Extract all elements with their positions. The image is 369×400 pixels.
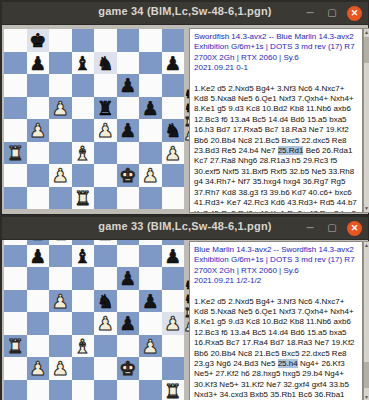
square-h5[interactable] (162, 97, 185, 120)
titlebar-game-33[interactable]: game 33 (BlM,Lc,Sw-48-6,1.pgn) ─ ▢ ✕ (2, 217, 368, 240)
square-c2[interactable]: ♟ (49, 164, 72, 187)
desktop: game 34 (BlM,Lc,Sw-48-6,1.pgn) ─ ▢ ✕ ♚♟♝… (0, 0, 369, 400)
square-h1[interactable]: ♜ (162, 380, 185, 400)
players-line: Swordfish 14.3-avx2 -- Blue Marlin 14.3-… (194, 32, 358, 42)
white-rook-piece: ♜ (7, 143, 24, 164)
square-b4[interactable]: ♟ (27, 119, 50, 142)
minimize-icon[interactable]: ─ (303, 221, 317, 235)
square-g1[interactable] (139, 187, 162, 210)
maximize-icon[interactable]: ▢ (325, 6, 339, 20)
square-c5[interactable]: ♟ (49, 97, 72, 120)
square-h3[interactable]: ♟ (162, 142, 185, 165)
square-b2[interactable] (27, 164, 50, 187)
selected-move[interactable]: 25.h4 (278, 359, 298, 368)
hardware-line: 2700X 2Gh | RTX 2060 | Sy.6 (194, 266, 358, 276)
square-e2[interactable] (94, 164, 117, 187)
square-f3[interactable] (117, 142, 140, 165)
square-f6[interactable]: ♟ (117, 267, 140, 290)
square-d5[interactable] (72, 290, 95, 313)
black-pawn-piece: ♟ (119, 120, 136, 141)
square-d2[interactable] (72, 357, 95, 380)
black-pawn-piece: ♟ (164, 246, 181, 267)
square-b4[interactable] (27, 312, 50, 335)
square-a4[interactable] (4, 119, 27, 142)
square-f1[interactable] (117, 380, 140, 400)
black-knight-piece: ♞ (52, 240, 69, 244)
square-f5[interactable] (117, 97, 140, 120)
square-g1[interactable] (139, 380, 162, 400)
square-a4[interactable] (4, 312, 27, 335)
close-icon[interactable]: ✕ (347, 221, 362, 236)
square-g6[interactable] (139, 267, 162, 290)
minimize-icon[interactable]: ─ (303, 6, 317, 20)
square-c7[interactable] (49, 52, 72, 75)
square-h4[interactable]: ♞ (162, 119, 185, 142)
scroll-down-icon[interactable]: ▼ (364, 205, 369, 212)
maximize-icon[interactable]: ▢ (325, 221, 339, 235)
square-g4[interactable] (139, 312, 162, 335)
square-e7[interactable]: ♞ (94, 52, 117, 75)
white-bishop-piece: ♝ (74, 143, 91, 164)
white-rook-piece: ♜ (164, 381, 181, 400)
scroll-down-icon[interactable]: ▼ (364, 394, 369, 400)
square-g8[interactable] (139, 29, 162, 52)
black-knight-piece: ♞ (164, 120, 181, 141)
titlebar-game-34[interactable]: game 34 (BlM,Lc,Sw-48-6,1.pgn) ─ ▢ ✕ (2, 2, 368, 25)
square-f3[interactable] (117, 335, 140, 358)
square-c6[interactable] (49, 267, 72, 290)
square-b7[interactable]: ♟ (27, 245, 50, 268)
white-pawn-piece: ♟ (142, 336, 159, 357)
scrollbar[interactable]: ▲ ▼ (363, 28, 369, 213)
square-h6[interactable] (162, 267, 185, 290)
black-pawn-piece: ♟ (142, 98, 159, 119)
square-b3[interactable] (27, 335, 50, 358)
white-pawn-piece: ♟ (52, 358, 69, 379)
black-bishop-piece: ♝ (74, 246, 91, 267)
square-g3[interactable] (139, 142, 162, 165)
square-b5[interactable] (27, 97, 50, 120)
square-b1[interactable] (27, 187, 50, 210)
square-e5[interactable]: ♞ (94, 290, 117, 313)
square-g5[interactable]: ♟ (139, 97, 162, 120)
square-b2[interactable]: ♟ (27, 357, 50, 380)
notation-panel[interactable]: Swordfish 14.3-avx2 -- Blue Marlin 14.3-… (189, 28, 363, 213)
black-knight-piece: ♞ (97, 53, 114, 74)
square-c7[interactable] (49, 245, 72, 268)
square-d4[interactable] (72, 312, 95, 335)
square-f7[interactable] (117, 245, 140, 268)
window-content: ♚♟♝♞♟♟♟♜♟♟♟♟♞♜♝♟♟♚♟♜ ♞♞♜♟ Swordfish 14.3… (2, 25, 368, 214)
window-game-34: game 34 (BlM,Lc,Sw-48-6,1.pgn) ─ ▢ ✕ ♚♟♝… (0, 0, 369, 213)
players-line: Blue Marlin 14.3-avx2 -- Swordfish 14.3-… (194, 245, 358, 255)
square-f4[interactable]: ♟ (117, 119, 140, 142)
square-f2[interactable]: ♚ (117, 357, 140, 380)
scroll-up-icon[interactable]: ▲ (364, 242, 369, 249)
white-pawn-piece: ♟ (29, 358, 46, 379)
window-game-33: game 33 (BlM,Lc,Sw-48-6,1.pgn) ─ ▢ ✕ ♚♞♜… (0, 215, 369, 400)
black-pawn-piece: ♟ (119, 75, 136, 96)
square-d7[interactable]: ♝ (72, 52, 95, 75)
square-b5[interactable] (27, 290, 50, 313)
white-king-piece: ♚ (119, 358, 136, 379)
square-h6[interactable] (162, 74, 185, 97)
square-h2[interactable] (162, 164, 185, 187)
scroll-up-icon[interactable]: ▲ (364, 29, 369, 36)
black-rook-piece: ♜ (97, 98, 114, 119)
square-g6[interactable] (139, 74, 162, 97)
square-e8[interactable] (94, 29, 117, 52)
square-g2[interactable]: ♟ (139, 164, 162, 187)
black-king-piece: ♚ (29, 30, 46, 51)
square-d1[interactable]: ♜ (72, 187, 95, 210)
square-e2[interactable] (94, 357, 117, 380)
square-c3[interactable] (49, 335, 72, 358)
square-b1[interactable] (27, 380, 50, 400)
square-a7[interactable] (4, 52, 27, 75)
date-result-line: 2021.09.21 0-1 (194, 63, 358, 73)
white-king-piece: ♚ (119, 165, 136, 186)
white-pawn-piece: ♟ (97, 120, 114, 141)
black-pawn-piece: ♟ (119, 313, 136, 334)
selected-move[interactable]: 25.Rd1 (278, 146, 304, 155)
notation-panel[interactable]: Blue Marlin 14.3-avx2 -- Swordfish 14.3-… (189, 241, 363, 400)
event-line: Exhibition G/6m+1s | DOTS 3 md rev (17) … (194, 42, 358, 52)
move-list[interactable]: 1.Ke2 d5 2.Nxd5 Bg4+ 3.Nf3 Nc6 4.Nxc7+ K… (194, 84, 358, 213)
square-f6[interactable]: ♟ (117, 74, 140, 97)
square-g5[interactable]: ♟ (139, 290, 162, 313)
square-f8[interactable] (117, 29, 140, 52)
square-e7[interactable] (94, 245, 117, 268)
square-d8[interactable] (72, 29, 95, 52)
square-g3[interactable]: ♟ (139, 335, 162, 358)
white-rook-piece: ♜ (7, 336, 24, 357)
square-b6[interactable] (27, 74, 50, 97)
square-e1[interactable] (94, 380, 117, 400)
square-h7[interactable]: ♟ (162, 245, 185, 268)
square-d6[interactable] (72, 74, 95, 97)
square-c4[interactable] (49, 312, 72, 335)
square-a1[interactable] (4, 187, 27, 210)
square-a7[interactable] (4, 245, 27, 268)
square-a6[interactable] (4, 267, 27, 290)
hardware-line: 2700X 2Gh | RTX 2060 | Sy.6 (194, 53, 358, 63)
square-d1[interactable] (72, 380, 95, 400)
black-pawn-piece: ♟ (29, 246, 46, 267)
chess-board[interactable]: ♚♟♝♞♟♟♟♜♟♟♟♟♞♜♝♟♟♚♟♜ (4, 29, 184, 209)
square-a6[interactable] (4, 74, 27, 97)
square-g7[interactable] (139, 52, 162, 75)
square-c5[interactable]: ♟ (49, 290, 72, 313)
square-e6[interactable] (94, 267, 117, 290)
square-e5[interactable]: ♜ (94, 97, 117, 120)
square-f2[interactable]: ♚ (117, 164, 140, 187)
black-pawn-piece: ♟ (142, 291, 159, 312)
square-h8[interactable] (162, 29, 185, 52)
white-pawn-piece: ♟ (52, 98, 69, 119)
square-d3[interactable]: ♝ (72, 335, 95, 358)
square-e3[interactable] (94, 335, 117, 358)
square-f7[interactable] (117, 52, 140, 75)
square-a8[interactable] (4, 29, 27, 52)
white-bishop-piece: ♝ (74, 336, 91, 357)
chess-board[interactable]: ♚♞♜♟♝♟♟♟♞♟♟♟♟♜♝♟♟♟♚♜ (4, 240, 184, 400)
square-c4[interactable] (49, 119, 72, 142)
white-pawn-piece: ♟ (52, 291, 69, 312)
square-a5[interactable] (4, 97, 27, 120)
white-pawn-piece: ♟ (52, 165, 69, 186)
square-g7[interactable] (139, 245, 162, 268)
square-g2[interactable] (139, 357, 162, 380)
event-line: Exhibition G/6m+1s | DOTS 3 md rev (17) … (194, 255, 358, 265)
black-king-piece: ♚ (29, 240, 46, 244)
square-d7[interactable]: ♝ (72, 245, 95, 268)
square-a5[interactable] (4, 290, 27, 313)
black-bishop-piece: ♝ (74, 53, 91, 74)
square-d2[interactable] (72, 164, 95, 187)
square-b7[interactable]: ♟ (27, 52, 50, 75)
square-c2[interactable]: ♟ (49, 357, 72, 380)
square-f4[interactable]: ♟ (117, 312, 140, 335)
square-a3[interactable]: ♜ (4, 335, 27, 358)
square-d4[interactable] (72, 119, 95, 142)
white-pawn-piece: ♟ (164, 143, 181, 164)
white-pawn-piece: ♟ (29, 120, 46, 141)
square-a2[interactable] (4, 164, 27, 187)
square-e3[interactable] (94, 142, 117, 165)
square-h4[interactable]: ♟ (162, 312, 185, 335)
square-b8[interactable]: ♚ (27, 29, 50, 52)
square-e6[interactable] (94, 74, 117, 97)
square-c1[interactable] (49, 187, 72, 210)
square-h5[interactable] (162, 290, 185, 313)
square-a1[interactable] (4, 380, 27, 400)
move-list[interactable]: 1.Ke2 d5 2.Nxd5 Bg4+ 3.Nf3 Nc6 4.Nxc7+ K… (194, 297, 358, 400)
square-g4[interactable] (139, 119, 162, 142)
square-a3[interactable]: ♜ (4, 142, 27, 165)
window-content: ♚♞♜♟♝♟♟♟♞♟♟♟♟♜♝♟♟♟♚♜ ♞♞♜♟ Blue Marlin 14… (2, 240, 368, 400)
black-pawn-piece: ♟ (164, 53, 181, 74)
square-b3[interactable] (27, 142, 50, 165)
close-icon[interactable]: ✕ (347, 6, 362, 21)
square-d3[interactable]: ♝ (72, 142, 95, 165)
square-c8[interactable] (49, 29, 72, 52)
square-c3[interactable] (49, 142, 72, 165)
black-pawn-piece: ♟ (119, 268, 136, 289)
square-e4[interactable]: ♟ (94, 119, 117, 142)
square-h1[interactable] (162, 187, 185, 210)
square-b6[interactable] (27, 267, 50, 290)
square-c1[interactable] (49, 380, 72, 400)
square-a2[interactable] (4, 357, 27, 380)
square-d6[interactable] (72, 267, 95, 290)
scrollbar-thumb[interactable] (364, 362, 369, 388)
square-d5[interactable] (72, 97, 95, 120)
square-h7[interactable]: ♟ (162, 52, 185, 75)
square-e4[interactable]: ♟ (94, 312, 117, 335)
white-rook-piece: ♜ (74, 188, 91, 209)
square-f5[interactable] (117, 290, 140, 313)
black-rook-piece: ♜ (97, 240, 114, 244)
black-knight-piece: ♞ (97, 291, 114, 312)
square-f1[interactable] (117, 187, 140, 210)
square-c6[interactable] (49, 74, 72, 97)
square-e1[interactable] (94, 187, 117, 210)
scrollbar[interactable]: ▲ ▼ (363, 241, 369, 400)
black-pawn-piece: ♟ (29, 53, 46, 74)
white-pawn-piece: ♟ (164, 313, 181, 334)
date-result-line: 2021.09.21 1/2-1/2 (194, 276, 358, 286)
square-h2[interactable] (162, 357, 185, 380)
white-pawn-piece: ♟ (142, 165, 159, 186)
square-h3[interactable] (162, 335, 185, 358)
scrollbar-thumb[interactable] (364, 37, 369, 63)
white-pawn-piece: ♟ (97, 313, 114, 334)
